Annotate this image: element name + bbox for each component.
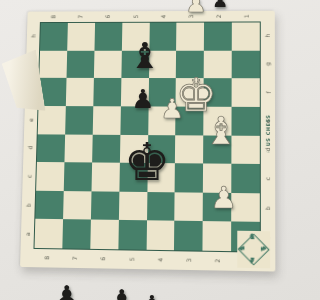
square-d7[interactable] [64,134,92,163]
coordinate-label: 6 [89,250,118,268]
rank-labels-bottom: 87654321 [33,249,261,270]
coordinate-label: 7 [67,11,95,22]
square-a6[interactable] [90,220,118,249]
coordinate-label: 7 [61,249,90,267]
square-f1[interactable] [232,78,260,106]
coordinate-label: b [21,191,35,220]
square-h1[interactable] [232,22,260,50]
coordinate-label: h [27,22,40,50]
coordinate-label: g [261,50,275,78]
coordinate-label: 8 [40,11,67,22]
rank-labels-top: 87654321 [40,11,261,22]
square-a5[interactable] [118,220,147,249]
coordinate-label: 6 [94,11,122,22]
knight-emblem-icon: ♞ [249,256,256,264]
square-g8[interactable] [39,50,67,78]
square-h2[interactable] [204,23,232,51]
square-d8[interactable] [37,134,65,162]
square-h7[interactable] [67,23,95,51]
square-b8[interactable] [35,190,63,219]
offboard-black-pawn[interactable]: ♟ [140,292,163,300]
offboard-white-pawn[interactable]: ♟ [185,0,207,16]
square-c6[interactable] [91,163,119,192]
coordinate-label: b [261,194,275,224]
black-bishop-g5[interactable]: ♝ [129,38,161,74]
square-c8[interactable] [36,162,64,191]
coordinate-label: 2 [203,252,232,270]
coordinate-label: c [261,164,275,193]
square-a3[interactable] [174,221,203,251]
knight-emblem-icon: ♞ [258,245,266,253]
square-h8[interactable] [40,23,68,50]
coordinate-label: h [261,21,275,49]
knight-emblem-icon: ♞ [238,244,246,252]
black-pawn-e5[interactable]: ♟ [131,86,154,112]
square-h3[interactable] [176,23,204,51]
coordinate-label: f [261,78,275,107]
coordinate-label: d [23,134,37,163]
black-king-d5[interactable]: ♚ [124,136,171,188]
square-a2[interactable] [203,221,232,251]
square-b6[interactable] [91,191,119,220]
knight-emblem-icon: ♞ [249,233,256,241]
coordinate-label: 2 [205,11,233,22]
coordinate-label: 4 [146,251,175,269]
coordinate-label: e [24,106,37,134]
coordinate-label: 5 [122,11,150,22]
square-g6[interactable] [94,50,122,78]
square-f7[interactable] [66,78,94,106]
offboard-black-pawn[interactable]: ♟ [54,282,81,300]
coordinate-label: 1 [233,11,261,22]
square-b3[interactable] [175,192,203,221]
square-e7[interactable] [65,106,93,134]
white-pawn-c2[interactable]: ♟ [211,183,238,213]
coordinate-label: 4 [149,11,177,22]
square-f6[interactable] [93,78,121,106]
square-h6[interactable] [94,23,122,51]
white-bishop-e2[interactable]: ♝ [204,112,238,150]
coordinate-label: 8 [33,249,61,267]
table-cloth-background: { "game": "chess", "position": { "fen": … [0,0,300,300]
square-c3[interactable] [175,163,203,192]
square-b5[interactable] [119,191,147,220]
square-g7[interactable] [66,50,94,78]
square-b4[interactable] [147,192,175,221]
coordinate-label: d [261,135,275,164]
coordinate-label: e [261,107,275,136]
coordinate-label: 5 [117,250,146,268]
offboard-black-pawn[interactable]: ♟ [109,286,136,300]
coordinate-label: 3 [174,251,203,269]
square-a7[interactable] [62,220,90,249]
square-a8[interactable] [34,219,62,248]
offboard-black-pawn[interactable]: ♟ [212,0,228,10]
corner-knight-emblem: ♞ ♞ ♞ ♞ [237,231,270,269]
coordinate-label: c [22,162,36,191]
square-e6[interactable] [92,106,120,134]
square-c7[interactable] [64,162,92,191]
square-g1[interactable] [232,50,260,78]
file-labels-right: hgfedcba [261,21,276,252]
square-a4[interactable] [146,221,175,251]
square-d6[interactable] [92,134,120,163]
square-d3[interactable] [175,135,203,164]
coordinate-label: a [21,220,35,249]
square-b7[interactable] [63,191,91,220]
